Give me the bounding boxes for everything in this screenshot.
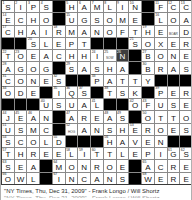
cell-r8c13[interactable]: 39P <box>155 87 167 98</box>
cell-r1c6[interactable]: 5H <box>66 1 78 12</box>
letter-entry: O <box>2 175 14 184</box>
cell-r14c14[interactable]: R <box>168 160 180 171</box>
cell-r8c2[interactable]: D <box>15 87 27 98</box>
cell-r13c8[interactable]: 60T <box>91 148 103 159</box>
cell-r12c10[interactable]: A <box>117 136 129 147</box>
letter-entry: C <box>2 77 14 86</box>
cell-r13c9[interactable]: T <box>104 148 116 159</box>
cell-r14c3[interactable]: A <box>27 160 39 171</box>
letter-entry: A <box>117 65 129 74</box>
cell-r10c14[interactable]: T <box>168 111 180 122</box>
letter-entry: I <box>155 150 167 159</box>
clue-number: 52 <box>66 123 70 128</box>
letter-entry: T <box>104 89 116 98</box>
cell-r3c1[interactable]: 17C <box>2 26 14 37</box>
cell-r11c12[interactable]: R <box>142 124 154 135</box>
letter-entry: H <box>66 52 78 61</box>
cell-r1c10[interactable]: 9I <box>117 1 129 12</box>
cell-r15c7[interactable]: C <box>78 173 90 184</box>
cell-r12c9[interactable]: 56H <box>104 136 116 147</box>
cell-r12c5[interactable]: 55D <box>53 136 65 147</box>
letter-entry: H <box>15 150 27 159</box>
cell-r10c3[interactable]: 46A <box>27 111 39 122</box>
letter-entry: A <box>142 163 154 172</box>
cell-r3c14[interactable]: BOAR <box>168 26 180 37</box>
cell-r2c15[interactable]: A <box>180 13 192 24</box>
cell-r5c9[interactable]: 25SOW <box>104 50 116 61</box>
letter-entry: C <box>155 163 167 172</box>
cell-r9c13[interactable]: U <box>155 99 167 110</box>
cell-r12c11[interactable]: V <box>129 136 141 147</box>
letter-entry: R <box>53 28 65 37</box>
letter-entry: I <box>15 3 27 12</box>
cell-r11c3[interactable]: M <box>27 124 39 135</box>
cell-r11c8[interactable]: N <box>91 124 103 135</box>
cell-r6c8[interactable]: S <box>91 62 103 73</box>
cell-r1c9[interactable]: 8L <box>104 1 116 12</box>
cell-r9c11[interactable]: 42O <box>129 99 141 110</box>
cell-r9c5[interactable]: S <box>53 99 65 110</box>
letter-entry: P <box>66 40 78 49</box>
cell-r2c10[interactable]: M <box>117 13 129 24</box>
cell-r3c8[interactable]: N <box>91 26 103 37</box>
block-cell-r9c1 <box>2 99 14 110</box>
letter-entry: I <box>91 52 103 61</box>
cell-r4c6[interactable]: P <box>66 38 78 49</box>
cell-r9c7[interactable]: A <box>78 99 90 110</box>
block-cell-r4c1 <box>2 38 14 49</box>
letter-entry: M <box>117 16 129 25</box>
block-cell-r1c12 <box>142 1 154 12</box>
cell-r8c5[interactable]: 35I <box>53 87 65 98</box>
letter-entry: R <box>142 126 154 135</box>
cell-r5c3[interactable]: E <box>27 50 39 61</box>
rebus-entry: HOG <box>66 130 78 134</box>
cell-r11c10[interactable]: H <box>117 124 129 135</box>
letter-entry: O <box>142 40 154 49</box>
letter-entry: A <box>66 114 78 123</box>
cell-r3c10[interactable]: F <box>117 26 129 37</box>
letter-entry: H <box>78 52 90 61</box>
cell-r11c6[interactable]: 52HOG <box>66 124 78 135</box>
cell-r5c14[interactable]: N <box>168 50 180 61</box>
letter-entry: O <box>27 65 39 74</box>
letter-entry: T <box>168 114 180 123</box>
letter-entry: A <box>104 114 116 123</box>
cell-r8c1[interactable]: 34O <box>2 87 14 98</box>
letter-entry: E <box>129 16 141 25</box>
cell-r14c1[interactable]: 63S <box>2 160 14 171</box>
cell-r3c13[interactable]: E <box>155 26 167 37</box>
cell-r2c2[interactable]: C <box>15 13 27 24</box>
letter-entry: E <box>180 175 192 184</box>
cell-r5c10[interactable]: 26N <box>117 50 129 61</box>
letter-entry: E <box>53 40 65 49</box>
cell-r10c6[interactable]: 47A <box>66 111 78 122</box>
cell-r13c2[interactable]: H <box>15 148 27 159</box>
letter-entry: C <box>40 126 52 135</box>
cell-r6c10[interactable]: A <box>117 62 129 73</box>
cell-r5c8[interactable]: 24I <box>91 50 103 61</box>
letter-entry: H <box>142 28 154 37</box>
block-cell-r6c5 <box>53 62 65 73</box>
cell-r1c2[interactable]: 2I <box>15 1 27 12</box>
cell-r14c7[interactable]: N <box>78 160 90 171</box>
cell-r2c4[interactable]: O <box>40 13 52 24</box>
letter-entry: A <box>2 65 14 74</box>
cell-r5c6[interactable]: H <box>66 50 78 61</box>
cell-r3c11[interactable]: T <box>129 26 141 37</box>
letter-entry: O <box>104 28 116 37</box>
letter-entry: T <box>155 114 167 123</box>
cell-r1c4[interactable]: 4S <box>40 1 52 12</box>
cell-r15c13[interactable]: E <box>155 173 167 184</box>
cell-r7c5[interactable]: 32S <box>53 75 65 86</box>
cell-r11c2[interactable]: S <box>15 124 27 135</box>
letter-entry: T <box>2 52 14 61</box>
puzzle-caption: "NY Times, Thu, Dec 31, 2009" - Frank Lo… <box>1 185 191 195</box>
letter-entry: T <box>91 150 103 159</box>
letter-entry: S <box>168 101 180 110</box>
letter-entry: N <box>78 163 90 172</box>
cell-r8c15[interactable]: R <box>180 87 192 98</box>
cell-r10c4[interactable]: N <box>40 111 52 122</box>
letter-entry: D <box>53 138 65 147</box>
cell-r3c2[interactable]: H <box>15 26 27 37</box>
cell-r14c2[interactable]: E <box>15 160 27 171</box>
cell-r11c1[interactable]: 51U <box>2 124 14 135</box>
letter-entry: E <box>40 77 52 86</box>
letter-entry: P <box>27 3 39 12</box>
letter-entry: A <box>40 52 52 61</box>
letter-entry: O <box>104 163 116 172</box>
letter-entry: O <box>129 101 141 110</box>
cell-r1c14[interactable]: 12C <box>168 1 180 12</box>
letter-entry: N <box>104 175 116 184</box>
cell-r10c10[interactable]: 49S <box>117 111 129 122</box>
letter-entry: F <box>117 28 129 37</box>
cell-r13c1[interactable]: 57T <box>2 148 14 159</box>
cell-r8c14[interactable]: E <box>168 87 180 98</box>
letter-entry: S <box>53 101 65 110</box>
block-cell-r8c8 <box>91 87 103 98</box>
cell-r2c11[interactable]: E <box>129 13 141 24</box>
cell-r3c15[interactable]: D <box>180 26 192 37</box>
letter-entry: S <box>27 40 39 49</box>
block-cell-r4c2 <box>15 38 27 49</box>
cell-r13c3[interactable]: R <box>27 148 39 159</box>
cell-r4c15[interactable]: R <box>180 38 192 49</box>
cell-r2c1[interactable]: 14E <box>2 13 14 24</box>
cell-r4c7[interactable]: T <box>78 38 90 49</box>
cell-r7c10[interactable]: T <box>117 75 129 86</box>
cell-r4c13[interactable]: X <box>155 38 167 49</box>
cell-r2c14[interactable]: O <box>168 13 180 24</box>
cell-r4c4[interactable]: L <box>40 38 52 49</box>
cell-r9c8[interactable]: 41L <box>91 99 103 110</box>
letter-entry: R <box>168 175 180 184</box>
cell-r14c8[interactable]: R <box>91 160 103 171</box>
letter-entry: M <box>27 126 39 135</box>
letter-entry: G <box>15 65 27 74</box>
letter-entry: L <box>40 138 52 147</box>
letter-entry: W <box>142 175 154 184</box>
cell-r10c8[interactable]: E <box>91 111 103 122</box>
block-cell-r15c4 <box>40 173 52 184</box>
cell-r11c11[interactable]: 53E <box>129 124 141 135</box>
cell-r2c7[interactable]: G <box>78 13 90 24</box>
cell-r3c6[interactable]: M <box>66 26 78 37</box>
cell-r5c15[interactable]: E <box>180 50 192 61</box>
cell-r14c10[interactable]: E <box>117 160 129 171</box>
block-cell-r9c3 <box>27 99 39 110</box>
cell-r12c12[interactable]: E <box>142 136 154 147</box>
rebus-entry: BOAR <box>168 32 180 36</box>
cell-r6c6[interactable]: 29S <box>66 62 78 73</box>
cell-r3c5[interactable]: 18R <box>53 26 65 37</box>
cell-r14c13[interactable]: C <box>155 160 167 171</box>
cell-r15c8[interactable]: A <box>91 173 103 184</box>
cell-r12c1[interactable]: 54S <box>2 136 14 147</box>
block-cell-r12c15 <box>180 136 192 147</box>
cell-r6c13[interactable]: R <box>155 62 167 73</box>
letter-entry: N <box>27 77 39 86</box>
cell-r13c5[interactable]: E <box>53 148 65 159</box>
cell-r6c7[interactable]: A <box>78 62 90 73</box>
cell-r14c6[interactable]: O <box>66 160 78 171</box>
cell-r8c11[interactable]: K <box>129 87 141 98</box>
block-cell-r14c4 <box>40 160 52 171</box>
cell-r5c4[interactable]: A <box>40 50 52 61</box>
cell-r14c15[interactable]: E <box>180 160 192 171</box>
cell-r13c12[interactable]: P <box>142 148 154 159</box>
cell-r6c9[interactable]: H <box>104 62 116 73</box>
cell-r8c6[interactable]: 36Q <box>66 87 78 98</box>
cell-r9c14[interactable]: S <box>168 99 180 110</box>
letter-entry: D <box>15 89 27 98</box>
letter-entry: P <box>91 77 103 86</box>
cell-r10c2[interactable]: 45E <box>15 111 27 122</box>
letter-entry: A <box>78 28 90 37</box>
letter-entry: B <box>142 65 154 74</box>
cell-r15c15[interactable]: E <box>180 173 192 184</box>
letter-entry: E <box>155 28 167 37</box>
cell-r15c10[interactable]: S <box>117 173 129 184</box>
cell-r6c14[interactable]: A <box>168 62 180 73</box>
cell-r6c12[interactable]: 30B <box>142 62 154 73</box>
letter-entry: I <box>40 28 52 37</box>
clue-number: 25 <box>104 50 108 55</box>
letter-entry: E <box>168 89 180 98</box>
cell-r14c12[interactable]: 65A <box>142 160 154 171</box>
cell-r2c9[interactable]: O <box>104 13 116 24</box>
cell-r5c5[interactable]: C <box>53 50 65 61</box>
cell-r11c14[interactable]: E <box>168 124 180 135</box>
cell-r7c2[interactable]: O <box>15 75 27 86</box>
cell-r8c7[interactable]: 37S <box>78 87 90 98</box>
block-cell-r6c11 <box>129 62 141 73</box>
letter-entry: E <box>155 175 167 184</box>
cell-r6c1[interactable]: 28A <box>2 62 14 73</box>
cell-r2c6[interactable]: 15U <box>66 13 78 24</box>
block-cell-r10c11 <box>129 111 141 122</box>
cell-r12c3[interactable]: O <box>27 136 39 147</box>
cell-r8c10[interactable]: S <box>117 87 129 98</box>
cell-r11c4[interactable]: C <box>40 124 52 135</box>
cell-r15c5[interactable]: 67I <box>53 173 65 184</box>
cell-r4c11[interactable]: 21S <box>129 38 141 49</box>
letter-entry: O <box>142 114 154 123</box>
cell-r6c2[interactable]: G <box>15 62 27 73</box>
cell-r13c6[interactable]: 58L <box>66 148 78 159</box>
cell-r4c14[interactable]: E <box>168 38 180 49</box>
letter-entry: U <box>66 101 78 110</box>
letter-entry: M <box>91 3 103 12</box>
cell-r12c2[interactable]: C <box>15 136 27 147</box>
cell-r4c5[interactable]: E <box>53 38 65 49</box>
cell-r6c4[interactable]: G <box>40 62 52 73</box>
letter-entry: G <box>40 65 52 74</box>
cell-r2c3[interactable]: H <box>27 13 39 24</box>
cell-r5c12[interactable]: 27B <box>142 50 154 61</box>
cell-r3c7[interactable]: A <box>78 26 90 37</box>
cell-r6c3[interactable]: O <box>27 62 39 73</box>
cell-r3c9[interactable]: O <box>104 26 116 37</box>
letter-entry: R <box>180 40 192 49</box>
cell-r7c9[interactable]: A <box>104 75 116 86</box>
cell-r4c3[interactable]: 20S <box>27 38 39 49</box>
letter-entry: O <box>15 77 27 86</box>
cell-r7c1[interactable]: 31C <box>2 75 14 86</box>
letter-entry: E <box>129 126 141 135</box>
cell-r15c3[interactable]: L <box>27 173 39 184</box>
cell-r12c13[interactable]: N <box>155 136 167 147</box>
cell-r5c13[interactable]: O <box>155 50 167 61</box>
cell-r2c13[interactable]: 16L <box>155 13 167 24</box>
cell-r13c14[interactable]: 61G <box>168 148 180 159</box>
block-cell-r12c14 <box>168 136 180 147</box>
cell-r11c13[interactable]: O <box>155 124 167 135</box>
cell-r13c11[interactable]: E <box>129 148 141 159</box>
letter-entry: T <box>117 77 129 86</box>
cell-r4c12[interactable]: O <box>142 38 154 49</box>
letter-entry: C <box>78 175 90 184</box>
cell-r9c12[interactable]: 43F <box>142 99 154 110</box>
cell-r1c1[interactable]: 1S <box>2 1 14 12</box>
letter-entry: H <box>104 138 116 147</box>
cell-r13c4[interactable]: E <box>40 148 52 159</box>
cell-r13c7[interactable]: 59I <box>78 148 90 159</box>
cell-r9c6[interactable]: U <box>66 99 78 110</box>
letter-entry: O <box>27 138 39 147</box>
letter-entry: R <box>27 150 39 159</box>
letter-entry: S <box>91 65 103 74</box>
letter-entry: O <box>155 52 167 61</box>
letter-entry: A <box>180 16 192 25</box>
block-cell-r7c7 <box>78 75 90 86</box>
cell-r3c12[interactable]: 19H <box>142 26 154 37</box>
cell-r15c1[interactable]: 66O <box>2 173 14 184</box>
cell-r13c13[interactable]: I <box>155 148 167 159</box>
cell-r15c6[interactable]: N <box>66 173 78 184</box>
cell-r2c8[interactable]: S <box>91 13 103 24</box>
cell-r10c13[interactable]: T <box>155 111 167 122</box>
cell-r11c7[interactable]: A <box>78 124 90 135</box>
cell-r15c12[interactable]: 68W <box>142 173 154 184</box>
cell-r5c7[interactable]: H <box>78 50 90 61</box>
cell-r11c15[interactable]: S <box>180 124 192 135</box>
cell-r15c9[interactable]: N <box>104 173 116 184</box>
cell-r10c12[interactable]: 50O <box>142 111 154 122</box>
cell-r5c1[interactable]: 22T <box>2 50 14 61</box>
cell-r9c4[interactable]: 40U <box>40 99 52 110</box>
puzzle-caption-clipped-line: "NY Times, Thu, Dec 31, 2009" - Frank Lo… <box>1 195 191 198</box>
letter-entry: R <box>180 89 192 98</box>
cell-r7c8[interactable]: 33P <box>91 75 103 86</box>
cell-r14c9[interactable]: O <box>104 160 116 171</box>
letter-entry: E <box>168 40 180 49</box>
cell-r1c7[interactable]: 6A <box>78 1 90 12</box>
letter-entry: E <box>180 101 192 110</box>
letter-entry: J <box>2 114 14 123</box>
letter-entry: A <box>27 114 39 123</box>
letter-entry: U <box>40 101 52 110</box>
letter-entry: H <box>66 3 78 12</box>
cell-r7c11[interactable]: T <box>129 75 141 86</box>
letter-entry: F <box>155 3 167 12</box>
letter-entry: E <box>27 52 39 61</box>
cell-r1c11[interactable]: 10N <box>129 1 141 12</box>
letter-entry: N <box>168 52 180 61</box>
cell-r10c7[interactable]: R <box>78 111 90 122</box>
cell-r6c15[interactable]: S <box>180 62 192 73</box>
cell-r11c9[interactable]: S <box>104 124 116 135</box>
letter-entry: M <box>53 163 65 172</box>
cell-r8c9[interactable]: 38T <box>104 87 116 98</box>
cell-r3c3[interactable]: A <box>27 26 39 37</box>
cell-r14c5[interactable]: 64M <box>53 160 65 171</box>
cell-r5c2[interactable]: 23O <box>15 50 27 61</box>
cell-r3c4[interactable]: I <box>40 26 52 37</box>
letter-entry: S <box>129 40 141 49</box>
letter-entry: H <box>15 28 27 37</box>
letter-entry: G <box>78 16 90 25</box>
cell-r8c3[interactable]: E <box>27 87 39 98</box>
cell-r13c10[interactable]: L <box>117 148 129 159</box>
block-cell-r12c8 <box>91 136 103 147</box>
cell-r15c2[interactable]: W <box>15 173 27 184</box>
letter-entry: R <box>168 163 180 172</box>
letter-entry: S <box>15 126 27 135</box>
cell-r10c1[interactable]: 44J <box>2 111 14 122</box>
cell-r10c9[interactable]: 48A <box>104 111 116 122</box>
letter-entry: T <box>129 77 141 86</box>
cell-r7c3[interactable]: N <box>27 75 39 86</box>
cell-r7c4[interactable]: E <box>40 75 52 86</box>
cell-r15c14[interactable]: R <box>168 173 180 184</box>
cell-r12c4[interactable]: L <box>40 136 52 147</box>
cell-r1c3[interactable]: 3P <box>27 1 39 12</box>
cell-r7c12[interactable]: Y <box>142 75 154 86</box>
letter-entry: A <box>168 65 180 74</box>
crossword-board: 1S2I3P4S5H6A7M8L9I10N11F12C13C14ECHO15UG… <box>1 0 192 185</box>
cell-r1c15[interactable]: 13C <box>180 1 192 12</box>
cell-r10c15[interactable]: O <box>180 111 192 122</box>
cell-r1c8[interactable]: 7M <box>91 1 103 12</box>
cell-r9c15[interactable]: E <box>180 99 192 110</box>
cell-r1c13[interactable]: 11F <box>155 1 167 12</box>
cell-r13c15[interactable]: 62S <box>180 148 192 159</box>
